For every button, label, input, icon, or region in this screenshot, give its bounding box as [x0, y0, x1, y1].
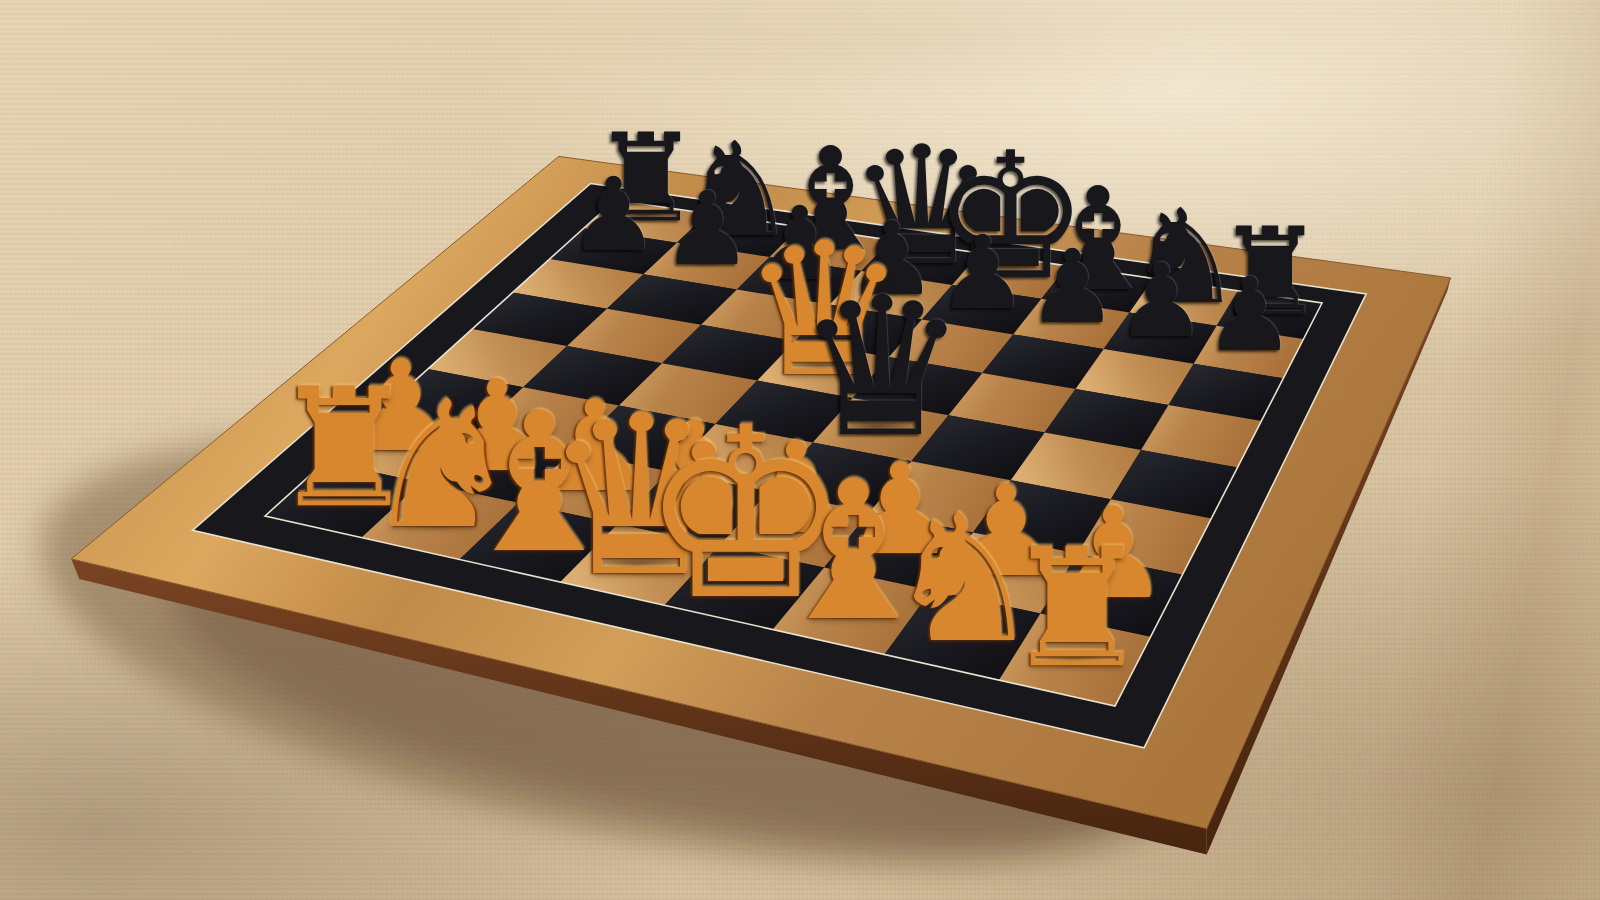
piece-black-pawn-h7: ♟ [1204, 265, 1295, 367]
piece-black-pawn-g7: ♟ [1116, 251, 1207, 353]
piece-white-rook-h1: ♜ [1003, 527, 1150, 691]
piece-black-pawn-f7: ♟ [1027, 237, 1118, 339]
photo-stage: ♜♞♝♛♚♝♞♜♟♟♟♟♟♟♟♟♛♛♟♟♟♟♟♟♟♟♜♞♝♛♚♝♞♜ [0, 0, 1600, 900]
pieces-layer: ♜♞♝♛♚♝♞♜♟♟♟♟♟♟♟♟♛♛♟♟♟♟♟♟♟♟♜♞♝♛♚♝♞♜ [0, 0, 1600, 900]
piece-black-pawn-b7: ♟ [661, 179, 752, 281]
piece-black-pawn-a7: ♟ [568, 164, 659, 266]
